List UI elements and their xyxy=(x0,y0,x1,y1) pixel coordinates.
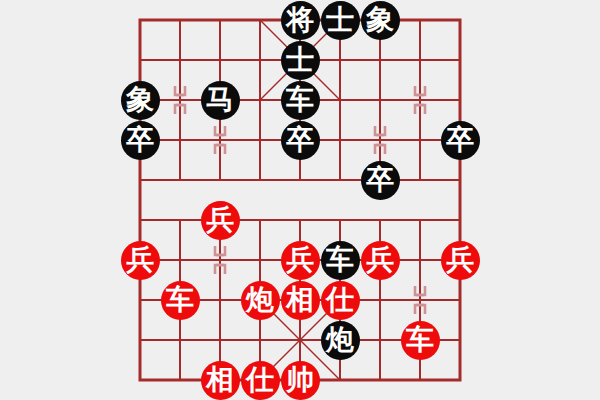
piece-black-elephant[interactable]: 象 xyxy=(121,81,160,120)
piece-black-chariot[interactable]: 车 xyxy=(321,241,360,280)
piece-red-soldier[interactable]: 兵 xyxy=(281,241,320,280)
piece-black-chariot[interactable]: 车 xyxy=(281,81,320,120)
pieces-grid[interactable]: 将士象士象马车卒卒卒卒兵兵兵车兵兵车炮相仕炮车相仕帅 xyxy=(120,0,480,400)
piece-black-advisor[interactable]: 士 xyxy=(321,1,360,40)
piece-red-chariot[interactable]: 车 xyxy=(401,321,440,360)
piece-red-advisor[interactable]: 仕 xyxy=(241,361,280,400)
piece-black-elephant[interactable]: 象 xyxy=(361,1,400,40)
piece-red-soldier[interactable]: 兵 xyxy=(201,201,240,240)
piece-black-soldier[interactable]: 卒 xyxy=(361,161,400,200)
piece-red-advisor[interactable]: 仕 xyxy=(321,281,360,320)
piece-red-elephant[interactable]: 相 xyxy=(201,361,240,400)
piece-black-cannon[interactable]: 炮 xyxy=(321,321,360,360)
piece-black-soldier[interactable]: 卒 xyxy=(121,121,160,160)
piece-black-advisor[interactable]: 士 xyxy=(281,41,320,80)
piece-black-soldier[interactable]: 卒 xyxy=(281,121,320,160)
piece-red-elephant[interactable]: 相 xyxy=(281,281,320,320)
piece-red-cannon[interactable]: 炮 xyxy=(241,281,280,320)
piece-black-soldier[interactable]: 卒 xyxy=(441,121,480,160)
piece-red-soldier[interactable]: 兵 xyxy=(441,241,480,280)
piece-red-general[interactable]: 帅 xyxy=(281,361,320,400)
xiangqi-board-screen: 将士象士象马车卒卒卒卒兵兵兵车兵兵车炮相仕炮车相仕帅 xyxy=(0,0,600,400)
piece-black-horse[interactable]: 马 xyxy=(201,81,240,120)
piece-red-soldier[interactable]: 兵 xyxy=(361,241,400,280)
piece-black-general[interactable]: 将 xyxy=(281,1,320,40)
piece-red-chariot[interactable]: 车 xyxy=(161,281,200,320)
piece-red-soldier[interactable]: 兵 xyxy=(121,241,160,280)
